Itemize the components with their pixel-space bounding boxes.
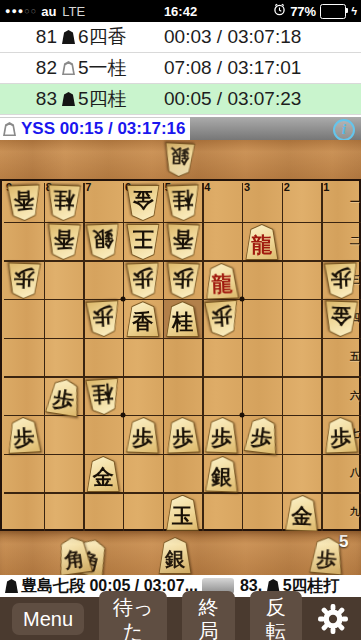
file-label: 4 — [204, 181, 210, 193]
piece-kanji: 金 — [93, 467, 114, 488]
hoshi-dot — [240, 297, 245, 302]
side-pentagon-icon — [3, 122, 16, 136]
promoted-black-piece-龍[interactable]: 龍 — [205, 262, 240, 299]
black-piece-歩[interactable]: 歩 — [205, 417, 240, 454]
piece-kanji: 歩 — [172, 428, 194, 450]
shogi-board[interactable]: 987654321一二三四五六七八九香桂金桂香銀王香龍歩歩歩龍歩歩香桂歩金歩桂歩… — [0, 179, 361, 531]
undo-button[interactable]: 待った — [99, 591, 167, 640]
piece-kanji: 歩 — [51, 388, 75, 412]
move-time: 00:05 / 03:07:23 — [164, 88, 301, 110]
board-grid-line — [202, 183, 203, 531]
alarm-clock-icon — [273, 3, 286, 19]
board-grid-line — [44, 183, 45, 531]
white-piece-歩[interactable]: 歩 — [324, 262, 359, 299]
black-piece-銀[interactable]: 銀 — [158, 537, 192, 574]
white-piece-歩[interactable]: 歩 — [125, 262, 160, 299]
hoshi-dot — [121, 297, 126, 302]
white-piece-香[interactable]: 香 — [165, 223, 200, 260]
white-piece-歩[interactable]: 歩 — [85, 300, 121, 338]
battery-percent: 77% — [290, 4, 316, 19]
piece-kanji: 桂 — [172, 189, 194, 211]
piece-kanji: 桂 — [172, 312, 193, 333]
piece-kanji: 銀 — [165, 549, 185, 569]
piece-kanji: 龍 — [251, 235, 272, 256]
side-pentagon-icon — [62, 30, 75, 44]
white-piece-香[interactable]: 香 — [46, 223, 81, 260]
piece-kanji: 桂 — [92, 382, 114, 404]
move-list: 81 6四香 00:03 / 03:07:18 82 5一桂 07:08 / 0… — [0, 22, 361, 117]
hoshi-dot — [240, 413, 245, 418]
piece-kanji: 歩 — [211, 305, 233, 327]
move-number: 82 — [33, 57, 57, 79]
side-pentagon-icon — [5, 579, 18, 593]
piece-kanji: 桂 — [53, 189, 75, 211]
piece-kanji: 玉 — [172, 506, 193, 527]
piece-kanji: 金 — [132, 189, 153, 210]
white-piece-金[interactable]: 金 — [126, 185, 160, 221]
board-grid-line — [4, 338, 361, 339]
hoshi-dot — [121, 413, 126, 418]
move-row[interactable]: 81 6四香 00:03 / 03:07:18 — [0, 22, 361, 53]
piece-kanji: 銀 — [211, 467, 233, 489]
hand-piece-count: 5 — [339, 532, 348, 552]
black-piece-歩[interactable]: 歩 — [165, 417, 200, 454]
black-piece-歩[interactable]: 歩 — [125, 417, 160, 454]
black-hand-tray: 角角銀歩5 — [0, 531, 361, 575]
board-grid-line — [4, 454, 361, 455]
piece-kanji: 歩 — [211, 428, 233, 450]
piece-kanji: 香 — [172, 228, 194, 250]
white-piece-桂[interactable]: 桂 — [165, 185, 200, 222]
side-pentagon-icon — [62, 92, 75, 106]
side-pentagon-icon — [62, 61, 75, 75]
white-piece-香[interactable]: 香 — [6, 185, 41, 222]
black-piece-歩[interactable]: 歩 — [6, 416, 42, 454]
piece-kanji: 金 — [330, 305, 352, 327]
piece-kanji: 歩 — [316, 548, 338, 570]
black-piece-歩[interactable]: 歩 — [44, 376, 83, 417]
board-grid-line — [83, 183, 84, 531]
board-grid-line — [4, 299, 361, 300]
piece-kanji: 歩 — [132, 266, 154, 288]
info-icon[interactable]: i — [333, 119, 355, 141]
piece-kanji: 角 — [78, 549, 102, 573]
end-game-button[interactable]: 終局 — [182, 591, 234, 640]
flip-board-button[interactable]: 反転 — [250, 591, 302, 640]
engine-bar: YSS 00:15 / 03:17:16 i — [0, 117, 361, 140]
piece-kanji: 香 — [53, 228, 75, 250]
charging-bolt-icon: ϟ — [351, 5, 357, 17]
promoted-black-piece-龍[interactable]: 龍 — [245, 224, 279, 260]
piece-kanji: 龍 — [211, 273, 233, 295]
board-grid-line — [282, 183, 283, 531]
board-grid-line — [4, 492, 361, 493]
piece-kanji: 歩 — [250, 427, 273, 450]
black-piece-桂[interactable]: 桂 — [166, 301, 200, 337]
rank-label: 六 — [350, 389, 360, 403]
black-piece-歩[interactable]: 歩 — [324, 417, 359, 454]
piece-kanji: 歩 — [13, 266, 35, 288]
move-row[interactable]: 82 5一桂 07:08 / 03:17:01 — [0, 53, 361, 84]
bottom-toolbar: Menu 待った 終局 反転 — [0, 597, 361, 640]
board-grid-line — [163, 183, 164, 531]
ios-status-bar: ●●●○○ au LTE 16:42 77% ϟ — [0, 0, 361, 22]
white-piece-銀[interactable]: 銀 — [163, 142, 196, 178]
piece-kanji: 歩 — [330, 428, 352, 450]
move-text: 5四桂 — [78, 86, 164, 112]
black-piece-歩[interactable]: 歩 — [308, 536, 345, 576]
piece-kanji: 王 — [132, 228, 153, 249]
rank-label: 九 — [350, 505, 360, 519]
piece-kanji: 香 — [13, 189, 35, 211]
move-row-current[interactable]: 83 5四桂 00:05 / 03:07:23 — [0, 84, 361, 115]
gear-icon[interactable] — [317, 603, 349, 635]
white-piece-桂[interactable]: 桂 — [85, 378, 121, 416]
rank-label: 八 — [350, 466, 360, 480]
piece-kanji: 歩 — [132, 428, 154, 450]
engine-name-time: YSS 00:15 / 03:17:16 — [21, 119, 185, 139]
piece-kanji: 角 — [63, 548, 86, 571]
piece-kanji: 歩 — [330, 266, 352, 288]
white-piece-歩[interactable]: 歩 — [204, 300, 240, 338]
piece-kanji: 銀 — [92, 228, 114, 250]
white-piece-銀[interactable]: 銀 — [86, 223, 121, 260]
engine-clock-box: YSS 00:15 / 03:17:16 — [0, 117, 190, 140]
black-piece-銀[interactable]: 銀 — [205, 455, 240, 492]
white-piece-王[interactable]: 王 — [126, 224, 160, 260]
piece-kanji: 金 — [291, 505, 313, 527]
move-text: 6四香 — [78, 24, 164, 50]
file-label: 7 — [85, 181, 91, 193]
white-hand-tray: 銀 — [0, 140, 361, 179]
black-piece-金[interactable]: 金 — [284, 494, 319, 531]
black-piece-角[interactable]: 角 — [55, 535, 94, 576]
rank-label: 二 — [350, 234, 360, 248]
white-piece-桂[interactable]: 桂 — [46, 185, 81, 222]
black-piece-香[interactable]: 香 — [126, 301, 160, 337]
bottom-status-bar: 豊島七段 00:05 / 03:07... 83. 5四桂打 — [0, 575, 361, 597]
board-grid-line — [123, 183, 124, 531]
move-number: 83 — [33, 88, 57, 110]
piece-kanji: 香 — [132, 312, 153, 333]
piece-kanji: 歩 — [172, 266, 194, 288]
white-piece-歩[interactable]: 歩 — [165, 262, 200, 299]
battery-icon — [320, 4, 346, 19]
board-grid-line — [242, 183, 243, 531]
board-grid-line — [4, 260, 361, 261]
move-time: 07:08 / 03:17:01 — [164, 57, 301, 79]
black-piece-金[interactable]: 金 — [86, 456, 120, 492]
piece-kanji: 銀 — [170, 146, 190, 166]
black-piece-角[interactable]: 角 — [70, 535, 112, 579]
player-name: 豊島七段 — [21, 576, 85, 597]
white-piece-歩[interactable]: 歩 — [6, 262, 41, 299]
move-text: 5一桂 — [78, 55, 164, 81]
file-label: 1 — [323, 181, 329, 193]
piece-kanji: 歩 — [92, 305, 114, 327]
move-time: 00:03 / 03:07:18 — [164, 26, 301, 48]
white-piece-金[interactable]: 金 — [324, 301, 359, 338]
board-grid-line — [321, 183, 322, 531]
black-piece-玉[interactable]: 玉 — [166, 495, 200, 531]
menu-button[interactable]: Menu — [12, 603, 84, 635]
file-label: 2 — [284, 181, 290, 193]
board-grid-line — [4, 222, 361, 223]
rank-label: 五 — [350, 350, 360, 364]
move-number: 81 — [33, 26, 57, 48]
shogi-app-screen: ●●●○○ au LTE 16:42 77% ϟ 81 6四香 00:03 / … — [0, 0, 361, 640]
piece-kanji: 歩 — [13, 428, 35, 450]
file-label: 3 — [244, 181, 250, 193]
rank-label: 一 — [350, 195, 360, 209]
black-piece-歩[interactable]: 歩 — [243, 415, 281, 455]
